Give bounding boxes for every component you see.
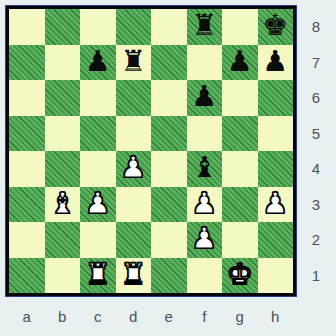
square-a7[interactable] (9, 45, 45, 81)
rank-label-3: 3 (301, 187, 331, 223)
square-a5[interactable] (9, 116, 45, 152)
black-rook-d7[interactable]: ♜ (120, 47, 146, 76)
square-d5[interactable] (116, 116, 152, 152)
square-e6[interactable] (151, 80, 187, 116)
square-d4[interactable]: ♟ (116, 151, 152, 187)
square-e1[interactable] (151, 258, 187, 294)
square-b8[interactable] (45, 9, 81, 45)
square-h6[interactable] (258, 80, 294, 116)
square-a6[interactable] (9, 80, 45, 116)
file-label-e: e (151, 301, 187, 331)
square-a8[interactable] (9, 9, 45, 45)
black-pawn-f6[interactable]: ♟ (191, 82, 217, 111)
square-g5[interactable] (222, 116, 258, 152)
white-king-g1[interactable]: ♚ (227, 260, 253, 289)
square-g6[interactable] (222, 80, 258, 116)
rank-label-5: 5 (301, 116, 331, 152)
square-h2[interactable] (258, 222, 294, 258)
square-g4[interactable] (222, 151, 258, 187)
rank-label-4: 4 (301, 151, 331, 187)
square-h8[interactable]: ♚ (258, 9, 294, 45)
square-c3[interactable]: ♟ (80, 187, 116, 223)
file-label-g: g (222, 301, 258, 331)
black-pawn-c7[interactable]: ♟ (85, 47, 111, 76)
square-f8[interactable]: ♜ (187, 9, 223, 45)
white-pawn-f3[interactable]: ♟ (191, 189, 217, 218)
white-pawn-f2[interactable]: ♟ (191, 224, 217, 253)
square-g2[interactable] (222, 222, 258, 258)
square-d7[interactable]: ♜ (116, 45, 152, 81)
chess-app: ♜♚♟♜♟♟♟♟♝♝♟♟♟♟♜♜♚ abcdefgh 87654321 (0, 0, 336, 336)
file-label-h: h (258, 301, 294, 331)
square-e7[interactable] (151, 45, 187, 81)
square-b7[interactable] (45, 45, 81, 81)
black-bishop-f4[interactable]: ♝ (191, 153, 217, 182)
square-f2[interactable]: ♟ (187, 222, 223, 258)
square-e2[interactable] (151, 222, 187, 258)
rank-labels: 87654321 (301, 9, 331, 293)
rank-label-2: 2 (301, 222, 331, 258)
white-pawn-d4[interactable]: ♟ (120, 153, 146, 182)
square-d1[interactable]: ♜ (116, 258, 152, 294)
black-pawn-h7[interactable]: ♟ (262, 47, 288, 76)
square-c5[interactable] (80, 116, 116, 152)
square-g3[interactable] (222, 187, 258, 223)
square-e3[interactable] (151, 187, 187, 223)
square-b5[interactable] (45, 116, 81, 152)
square-c1[interactable]: ♜ (80, 258, 116, 294)
square-f7[interactable] (187, 45, 223, 81)
square-d6[interactable] (116, 80, 152, 116)
file-label-b: b (45, 301, 81, 331)
square-g1[interactable]: ♚ (222, 258, 258, 294)
file-label-d: d (116, 301, 152, 331)
white-rook-d1[interactable]: ♜ (120, 260, 146, 289)
square-a1[interactable] (9, 258, 45, 294)
file-label-a: a (9, 301, 45, 331)
square-b2[interactable] (45, 222, 81, 258)
white-pawn-h3[interactable]: ♟ (262, 189, 288, 218)
square-h7[interactable]: ♟ (258, 45, 294, 81)
white-pawn-c3[interactable]: ♟ (85, 189, 111, 218)
square-c2[interactable] (80, 222, 116, 258)
square-c7[interactable]: ♟ (80, 45, 116, 81)
square-d2[interactable] (116, 222, 152, 258)
black-pawn-g7[interactable]: ♟ (227, 47, 253, 76)
file-labels: abcdefgh (9, 301, 293, 331)
square-b1[interactable] (45, 258, 81, 294)
white-rook-c1[interactable]: ♜ (85, 260, 111, 289)
white-bishop-b3[interactable]: ♝ (49, 189, 75, 218)
square-f3[interactable]: ♟ (187, 187, 223, 223)
square-d3[interactable] (116, 187, 152, 223)
square-c8[interactable] (80, 9, 116, 45)
square-e4[interactable] (151, 151, 187, 187)
square-b3[interactable]: ♝ (45, 187, 81, 223)
square-e5[interactable] (151, 116, 187, 152)
rank-label-1: 1 (301, 258, 331, 294)
square-c4[interactable] (80, 151, 116, 187)
square-b6[interactable] (45, 80, 81, 116)
file-label-f: f (187, 301, 223, 331)
square-e8[interactable] (151, 9, 187, 45)
black-king-h8[interactable]: ♚ (262, 11, 288, 40)
square-h4[interactable] (258, 151, 294, 187)
square-c6[interactable] (80, 80, 116, 116)
square-h3[interactable]: ♟ (258, 187, 294, 223)
square-h5[interactable] (258, 116, 294, 152)
square-f5[interactable] (187, 116, 223, 152)
chess-board: ♜♚♟♜♟♟♟♟♝♝♟♟♟♟♜♜♚ (6, 6, 296, 296)
square-d8[interactable] (116, 9, 152, 45)
square-a4[interactable] (9, 151, 45, 187)
square-b4[interactable] (45, 151, 81, 187)
square-g8[interactable] (222, 9, 258, 45)
square-f6[interactable]: ♟ (187, 80, 223, 116)
square-g7[interactable]: ♟ (222, 45, 258, 81)
rank-label-8: 8 (301, 9, 331, 45)
rank-label-6: 6 (301, 80, 331, 116)
rank-label-7: 7 (301, 45, 331, 81)
square-f4[interactable]: ♝ (187, 151, 223, 187)
black-rook-f8[interactable]: ♜ (191, 11, 217, 40)
square-a3[interactable] (9, 187, 45, 223)
square-f1[interactable] (187, 258, 223, 294)
square-h1[interactable] (258, 258, 294, 294)
file-label-c: c (80, 301, 116, 331)
square-a2[interactable] (9, 222, 45, 258)
